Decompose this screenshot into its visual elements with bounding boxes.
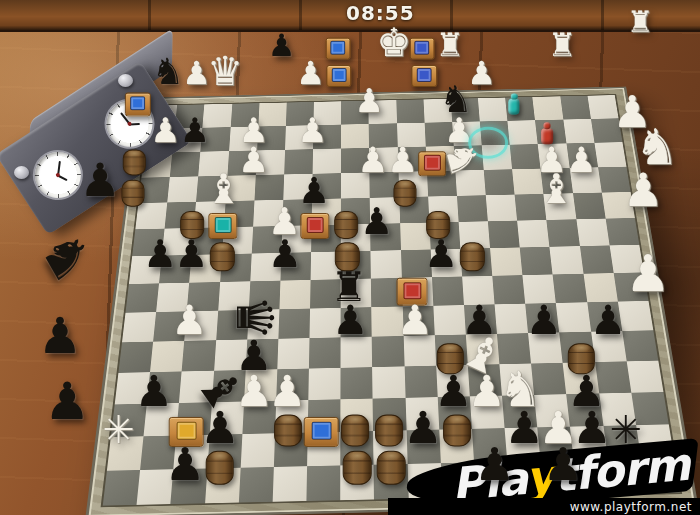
board-square[interactable] xyxy=(404,366,437,398)
board-square[interactable] xyxy=(478,98,508,122)
white-pawn[interactable]: ♟ xyxy=(387,143,418,178)
black-pawn[interactable]: ♟ xyxy=(424,236,458,274)
barrel-obstacle[interactable] xyxy=(121,180,144,207)
board-square[interactable] xyxy=(407,463,442,499)
black-pawn[interactable]: ♟ xyxy=(298,173,330,209)
barrel-obstacle[interactable] xyxy=(334,211,358,239)
barrel-obstacle[interactable] xyxy=(341,414,369,447)
board-square[interactable] xyxy=(520,247,553,275)
crate-icon-blueW xyxy=(417,68,432,82)
white-pawn[interactable]: ♟ xyxy=(297,114,327,148)
white-pawn[interactable]: ♟ xyxy=(355,85,384,118)
black-pawn[interactable]: ♟ xyxy=(268,236,302,274)
board-square[interactable] xyxy=(371,250,402,278)
white-rook[interactable]: ♜ xyxy=(436,29,465,61)
board-square[interactable] xyxy=(573,193,606,220)
board-square[interactable] xyxy=(277,338,309,369)
board-square[interactable] xyxy=(508,120,538,145)
black-pawn[interactable]: ♟ xyxy=(543,442,584,487)
teal-robot-figure[interactable] xyxy=(508,99,519,115)
white-rook[interactable]: ♜ xyxy=(627,7,654,37)
board-square[interactable] xyxy=(182,340,216,371)
board-square[interactable] xyxy=(605,218,639,245)
crate-obstacle[interactable] xyxy=(208,213,237,239)
board-square[interactable] xyxy=(126,283,160,312)
white-pawn[interactable]: ♟ xyxy=(150,114,180,148)
board-square[interactable] xyxy=(396,99,424,123)
board-square[interactable] xyxy=(122,312,156,342)
black-pawn[interactable]: ♟ xyxy=(135,370,173,413)
board-square[interactable] xyxy=(622,330,658,361)
crate-icon-blueW xyxy=(415,41,430,55)
black-pawn[interactable]: ♟ xyxy=(268,30,296,61)
white-pawn[interactable]: ♟ xyxy=(622,167,663,213)
board-square[interactable] xyxy=(432,277,464,306)
board-square[interactable] xyxy=(141,152,172,177)
board-square[interactable] xyxy=(627,361,664,393)
board-square[interactable] xyxy=(103,470,140,506)
board-square[interactable] xyxy=(341,367,373,399)
board-square[interactable] xyxy=(560,96,591,120)
black-pawn[interactable]: ♟ xyxy=(143,236,177,274)
black-pawn[interactable]: ♟ xyxy=(174,236,208,274)
white-rook[interactable]: ♜ xyxy=(548,29,577,61)
white-spiked-piece[interactable]: ✳ xyxy=(103,411,135,449)
board-square[interactable] xyxy=(135,202,167,229)
black-pawn[interactable]: ♟ xyxy=(79,157,120,203)
crate-obstacle[interactable] xyxy=(412,65,437,88)
black-pawn[interactable]: ♟ xyxy=(44,376,90,428)
white-pawn[interactable]: ♟ xyxy=(357,143,388,178)
white-pawn[interactable]: ♟ xyxy=(397,301,433,341)
board-square[interactable] xyxy=(580,245,614,273)
white-queen[interactable]: ♛ xyxy=(207,50,243,90)
black-spiked-piece[interactable]: ✳ xyxy=(610,411,642,449)
board-square[interactable] xyxy=(308,368,340,400)
barrel-obstacle[interactable] xyxy=(343,451,372,485)
board-square[interactable] xyxy=(517,220,549,248)
board-square[interactable] xyxy=(457,195,488,222)
board-square[interactable] xyxy=(488,221,520,249)
black-pawn[interactable]: ♟ xyxy=(403,406,443,450)
crate-icon-blueA xyxy=(130,96,146,110)
barrel-obstacle[interactable] xyxy=(460,243,484,271)
board-square[interactable] xyxy=(608,459,646,494)
board-square[interactable] xyxy=(239,467,274,503)
white-pawn[interactable]: ♟ xyxy=(296,57,324,89)
crate-icon-blueA xyxy=(331,68,346,82)
white-pawn[interactable]: ♟ xyxy=(268,370,306,413)
black-pawn[interactable]: ♟ xyxy=(474,442,515,487)
barrel-obstacle[interactable] xyxy=(377,451,406,485)
black-pawn[interactable]: ♟ xyxy=(165,442,206,487)
black-pawn[interactable]: ♟ xyxy=(360,204,393,241)
white-pawn[interactable]: ♟ xyxy=(238,143,269,178)
black-pawn[interactable]: ♟ xyxy=(332,301,368,341)
board-square[interactable] xyxy=(170,152,201,177)
crate-icon-blueA xyxy=(330,41,345,55)
black-pawn[interactable]: ♟ xyxy=(180,114,210,148)
board-square[interactable] xyxy=(441,462,477,498)
white-bishop[interactable]: ♝ xyxy=(538,169,574,210)
crate-obstacle[interactable] xyxy=(125,93,151,116)
barrel-obstacle[interactable] xyxy=(393,180,416,207)
board-square[interactable] xyxy=(372,366,405,398)
board-square[interactable] xyxy=(484,169,515,195)
barrel-obstacle[interactable] xyxy=(210,243,234,271)
crate-obstacle[interactable] xyxy=(325,37,350,59)
white-pawn[interactable]: ♟ xyxy=(171,301,207,341)
white-king[interactable]: ♚ xyxy=(376,23,411,62)
board-square[interactable] xyxy=(480,121,510,146)
board-square[interactable] xyxy=(533,96,563,120)
board-square[interactable] xyxy=(240,433,275,467)
board-square[interactable] xyxy=(486,195,517,222)
board-square[interactable] xyxy=(490,247,523,275)
white-bishop[interactable]: ♝ xyxy=(205,169,241,210)
crate-obstacle[interactable] xyxy=(326,65,351,88)
white-pawn[interactable]: ♟ xyxy=(625,249,670,300)
black-pawn[interactable]: ♟ xyxy=(200,406,240,450)
barrel-obstacle[interactable] xyxy=(123,149,145,175)
black-knight[interactable]: ♞ xyxy=(152,54,184,90)
barrel-obstacle[interactable] xyxy=(205,451,234,485)
crate-obstacle[interactable] xyxy=(410,37,435,59)
crate-obstacle[interactable] xyxy=(300,213,329,239)
black-pawn[interactable]: ♟ xyxy=(526,301,562,341)
board-square[interactable] xyxy=(273,466,308,502)
board-square[interactable] xyxy=(576,219,609,246)
game-scene: ♟♚♜♜♞♟♛♟♟♟♞♟♟♟♟♟♟♟♟♞♟♟♝♟♝♟♟♟♟♟♟♜♟♛♟♟♟♟♟♟… xyxy=(0,0,700,515)
crate-icon-teal xyxy=(214,217,231,233)
barrel-obstacle[interactable] xyxy=(375,414,403,447)
board-square[interactable] xyxy=(306,465,340,501)
board-square[interactable] xyxy=(167,176,198,202)
board-square[interactable] xyxy=(550,246,583,274)
board-square[interactable] xyxy=(495,304,529,334)
crate-obstacle[interactable] xyxy=(304,417,339,448)
crate-icon-red xyxy=(403,282,421,299)
barrel-obstacle[interactable] xyxy=(443,414,471,447)
crate-icon-red xyxy=(306,217,323,233)
barrel-obstacle[interactable] xyxy=(274,414,302,447)
crate-icon-blueA xyxy=(311,421,331,440)
board-square[interactable] xyxy=(641,458,680,493)
board-square[interactable] xyxy=(492,275,525,304)
black-pawn[interactable]: ♟ xyxy=(590,301,626,341)
black-pawn[interactable]: ♟ xyxy=(38,312,83,362)
board-square[interactable] xyxy=(547,219,580,247)
